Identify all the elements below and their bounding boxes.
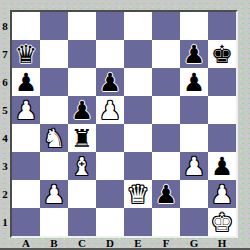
white-king-piece: ♚ [208,208,236,236]
square-d1[interactable] [96,208,124,236]
square-c7[interactable] [68,40,96,68]
square-a3[interactable] [12,152,40,180]
square-b8[interactable] [40,12,68,40]
square-f8[interactable] [152,12,180,40]
square-g8[interactable] [180,12,208,40]
file-label-d: D [96,237,124,249]
square-e3[interactable] [124,152,152,180]
file-labels: ABCDEFGH [12,237,236,249]
square-d7[interactable] [96,40,124,68]
square-h4[interactable] [208,124,236,152]
square-a7[interactable]: ♛ [12,40,40,68]
square-f4[interactable] [152,124,180,152]
square-c5[interactable]: ♟ [68,96,96,124]
black-pawn-piece: ♟ [12,68,40,96]
square-b1[interactable] [40,208,68,236]
square-d8[interactable] [96,12,124,40]
square-e1[interactable] [124,208,152,236]
square-b4[interactable]: ♞ [40,124,68,152]
file-label-e: E [124,237,152,249]
black-queen-piece: ♛ [12,40,40,68]
file-label-f: F [152,237,180,249]
rank-label-1: 1 [0,208,10,236]
black-pawn-piece: ♟ [96,68,124,96]
square-h5[interactable] [208,96,236,124]
file-label-b: B [40,237,68,249]
square-a2[interactable] [12,180,40,208]
white-pawn-piece: ♟ [96,96,124,124]
black-rook-piece: ♜ [68,124,96,152]
white-pawn-piece: ♟ [12,96,40,124]
square-d4[interactable] [96,124,124,152]
square-h8[interactable] [208,12,236,40]
black-pawn-piece: ♟ [208,152,236,180]
square-f5[interactable] [152,96,180,124]
white-knight-piece: ♞ [40,124,68,152]
square-b5[interactable] [40,96,68,124]
white-pawn-piece: ♟ [180,152,208,180]
square-e8[interactable] [124,12,152,40]
rank-label-8: 8 [0,12,10,40]
square-h2[interactable]: ♟ [208,180,236,208]
square-d2[interactable] [96,180,124,208]
square-g5[interactable] [180,96,208,124]
square-h7[interactable]: ♚ [208,40,236,68]
square-c3[interactable]: ♝ [68,152,96,180]
rank-label-6: 6 [0,68,10,96]
square-d3[interactable] [96,152,124,180]
black-king-piece: ♚ [208,40,236,68]
square-e7[interactable] [124,40,152,68]
file-label-c: C [68,237,96,249]
square-d5[interactable]: ♟ [96,96,124,124]
white-queen-piece: ♛ [124,180,152,208]
white-pawn-piece: ♟ [208,180,236,208]
square-e4[interactable] [124,124,152,152]
square-h1[interactable]: ♚ [208,208,236,236]
square-g4[interactable] [180,124,208,152]
square-a8[interactable] [12,12,40,40]
chess-diagram: ♛♟♚♟♟♟♟♟♟♞♜♝♟♟♟♛♟♟♚ 87654321 ABCDEFGH [0,0,250,250]
chess-board: ♛♟♚♟♟♟♟♟♟♞♜♝♟♟♟♛♟♟♚ [10,10,238,238]
rank-label-2: 2 [0,180,10,208]
rank-label-4: 4 [0,124,10,152]
square-c4[interactable]: ♜ [68,124,96,152]
square-f6[interactable] [152,68,180,96]
square-h6[interactable] [208,68,236,96]
square-a4[interactable] [12,124,40,152]
square-c1[interactable] [68,208,96,236]
square-e5[interactable] [124,96,152,124]
square-b2[interactable]: ♟ [40,180,68,208]
square-g3[interactable]: ♟ [180,152,208,180]
square-g2[interactable] [180,180,208,208]
file-label-h: H [208,237,236,249]
square-f7[interactable] [152,40,180,68]
square-g1[interactable] [180,208,208,236]
black-pawn-piece: ♟ [152,180,180,208]
square-b6[interactable] [40,68,68,96]
square-f1[interactable] [152,208,180,236]
white-pawn-piece: ♟ [40,180,68,208]
square-b7[interactable] [40,40,68,68]
white-bishop-piece: ♝ [68,152,96,180]
black-pawn-piece: ♟ [68,96,96,124]
square-e2[interactable]: ♛ [124,180,152,208]
square-c6[interactable] [68,68,96,96]
black-pawn-piece: ♟ [180,68,208,96]
square-c2[interactable] [68,180,96,208]
square-d6[interactable]: ♟ [96,68,124,96]
square-b3[interactable] [40,152,68,180]
rank-label-7: 7 [0,40,10,68]
black-pawn-piece: ♟ [180,40,208,68]
file-label-g: G [180,237,208,249]
square-f3[interactable] [152,152,180,180]
square-a1[interactable] [12,208,40,236]
square-a5[interactable]: ♟ [12,96,40,124]
square-f2[interactable]: ♟ [152,180,180,208]
rank-label-5: 5 [0,96,10,124]
rank-label-3: 3 [0,152,10,180]
square-h3[interactable]: ♟ [208,152,236,180]
square-a6[interactable]: ♟ [12,68,40,96]
square-e6[interactable] [124,68,152,96]
file-label-a: A [12,237,40,249]
rank-labels: 87654321 [0,12,10,236]
square-g7[interactable]: ♟ [180,40,208,68]
square-g6[interactable]: ♟ [180,68,208,96]
square-c8[interactable] [68,12,96,40]
